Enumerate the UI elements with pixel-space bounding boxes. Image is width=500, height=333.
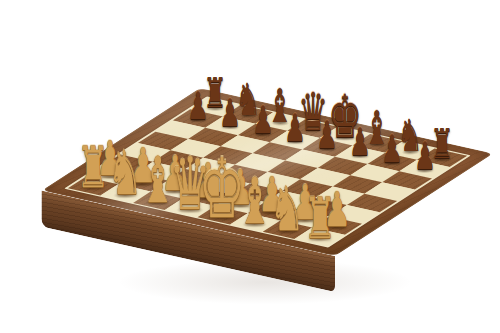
pieces-layer: ♜♞♝♛♚♝♞♜♟♟♟♟♟♟♟♟♟♟♟♟♟♟♟♟♜♞♝♛♚♝♞♜ [0, 0, 500, 333]
piece-white-knight-g1[interactable]: ♞ [270, 179, 305, 240]
piece-black-pawn-f7[interactable]: ♟ [349, 123, 371, 161]
piece-white-knight-b1[interactable]: ♞ [108, 143, 143, 204]
piece-white-rook-a1[interactable]: ♜ [77, 139, 110, 196]
piece-black-pawn-a7[interactable]: ♟ [187, 87, 209, 125]
product-photo-scene: ♜♞♝♛♚♝♞♜♟♟♟♟♟♟♟♟♟♟♟♟♟♟♟♟♜♞♝♛♚♝♞♜ [0, 0, 500, 333]
piece-black-pawn-c7[interactable]: ♟ [252, 101, 274, 139]
piece-black-pawn-h7[interactable]: ♟ [414, 137, 436, 175]
piece-black-pawn-g7[interactable]: ♟ [381, 130, 403, 168]
piece-black-pawn-e7[interactable]: ♟ [317, 116, 339, 154]
piece-black-pawn-d7[interactable]: ♟ [284, 108, 306, 146]
piece-white-bishop-f1[interactable]: ♝ [237, 170, 273, 234]
piece-white-rook-h1[interactable]: ♜ [303, 190, 336, 247]
piece-black-pawn-b7[interactable]: ♟ [219, 94, 241, 132]
